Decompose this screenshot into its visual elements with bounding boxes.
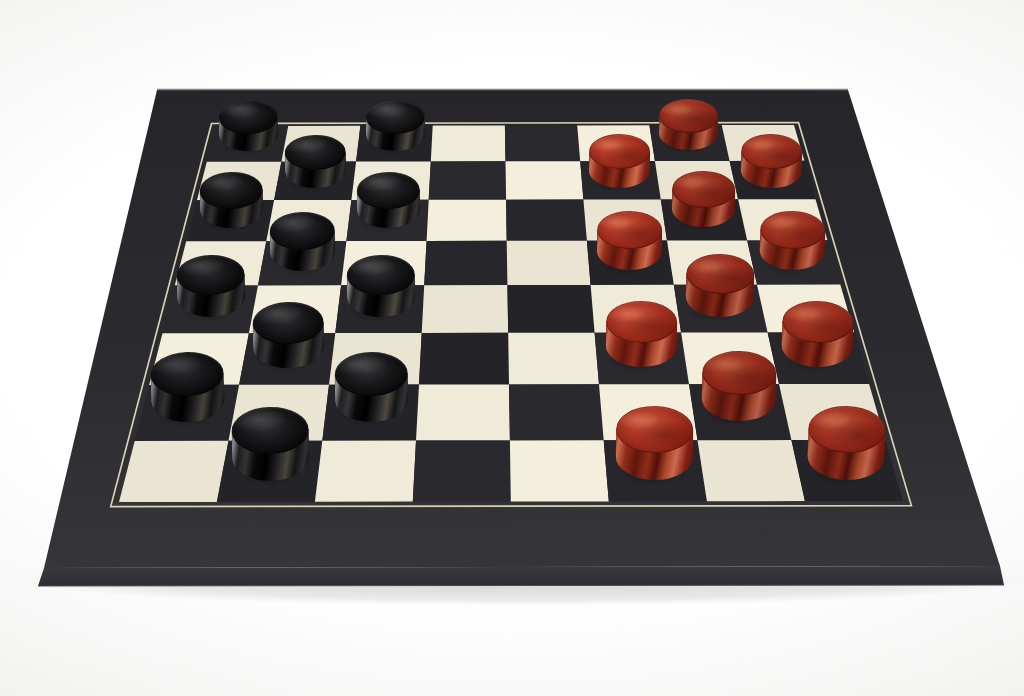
- square-r6c5[interactable]: [508, 333, 599, 385]
- square-r7c4[interactable]: [416, 384, 510, 440]
- checker-black[interactable]: [334, 352, 408, 423]
- square-r4c4[interactable]: [424, 241, 507, 285]
- square-r2c4[interactable]: [429, 161, 506, 200]
- checker-red[interactable]: [685, 254, 754, 318]
- square-r8c1[interactable]: [119, 441, 229, 502]
- square-r3c5[interactable]: [506, 200, 587, 241]
- piece-top-face: [616, 406, 693, 454]
- checker-red[interactable]: [806, 405, 885, 481]
- square-r5c5[interactable]: [507, 285, 594, 333]
- checker-black[interactable]: [150, 351, 226, 423]
- checker-black[interactable]: [365, 99, 424, 151]
- square-r2c5[interactable]: [506, 161, 584, 200]
- board-side-face: [38, 566, 1004, 586]
- square-r4c5[interactable]: [507, 241, 591, 285]
- checker-red[interactable]: [759, 210, 826, 271]
- checker-red[interactable]: [781, 300, 853, 368]
- checker-red[interactable]: [605, 301, 676, 368]
- square-r8c3[interactable]: [315, 441, 416, 502]
- checker-red[interactable]: [671, 171, 735, 228]
- checker-black[interactable]: [218, 99, 278, 151]
- checker-black[interactable]: [232, 406, 310, 482]
- checker-red[interactable]: [589, 134, 650, 188]
- square-r8c4[interactable]: [413, 441, 511, 502]
- checker-black[interactable]: [199, 171, 263, 229]
- piece-top-face: [659, 99, 718, 134]
- square-r8c7[interactable]: [698, 440, 805, 501]
- square-r5c4[interactable]: [422, 285, 509, 333]
- checkers-photo-scene: [0, 0, 1024, 696]
- checker-black[interactable]: [346, 255, 415, 318]
- checker-black[interactable]: [252, 301, 324, 368]
- checker-red[interactable]: [741, 133, 803, 188]
- square-r8c5[interactable]: [510, 440, 609, 501]
- square-r7c5[interactable]: [509, 384, 604, 440]
- square-r3c4[interactable]: [427, 200, 507, 241]
- checker-red[interactable]: [702, 351, 777, 422]
- checker-black[interactable]: [270, 211, 336, 272]
- square-r1c5[interactable]: [505, 125, 580, 161]
- checker-red[interactable]: [615, 406, 693, 481]
- square-r6c4[interactable]: [419, 333, 509, 385]
- checker-red[interactable]: [597, 211, 663, 271]
- piece-top-face: [365, 99, 424, 133]
- square-r1c4[interactable]: [431, 126, 506, 162]
- checkers-board: [0, 0, 1024, 696]
- checker-black[interactable]: [285, 134, 347, 189]
- checker-black[interactable]: [357, 171, 421, 228]
- piece-top-face: [357, 171, 420, 208]
- checker-red[interactable]: [659, 99, 719, 151]
- checker-black[interactable]: [176, 254, 246, 318]
